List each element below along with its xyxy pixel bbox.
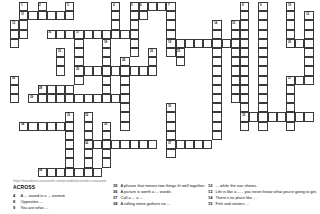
crossword-cell[interactable] — [304, 112, 313, 121]
clue-number: 31 — [67, 113, 70, 116]
crossword-cell[interactable] — [19, 30, 28, 39]
crossword-cell[interactable] — [65, 11, 74, 20]
crossword-cell[interactable] — [93, 140, 102, 149]
crossword-cell[interactable] — [84, 131, 93, 140]
crossword-cell[interactable]: 8 — [240, 2, 249, 11]
crossword-cell[interactable] — [240, 39, 249, 48]
crossword-cell[interactable] — [212, 39, 221, 48]
clue-item-number: 4 — [13, 194, 15, 199]
clue-item-text: Life is like a ... - you never know what… — [216, 189, 317, 194]
crossword-cell[interactable] — [10, 94, 19, 103]
crossword-cell[interactable] — [295, 76, 304, 85]
clue-number: 19 — [168, 40, 171, 43]
clue-number: 2 — [39, 3, 40, 6]
crossword-cell[interactable] — [102, 149, 111, 158]
crossword-board: 1112345671983391020121314151617251821222… — [0, 0, 320, 178]
clue-column-middle: 35A phrase that means two things fit wel… — [113, 183, 209, 207]
crossword-cell[interactable]: 3 — [65, 2, 74, 11]
crossword-cell[interactable] — [93, 30, 102, 39]
crossword-cell[interactable] — [84, 158, 93, 167]
crossword-cell[interactable] — [231, 57, 240, 66]
crossword-cell[interactable] — [304, 30, 313, 39]
crossword-cell[interactable] — [74, 48, 83, 57]
crossword-cell[interactable] — [212, 76, 221, 85]
clue-item-text: A rolling stone gathers no ... — [121, 201, 171, 206]
clue-number: 8 — [242, 3, 243, 6]
crossword-cell[interactable] — [102, 94, 111, 103]
crossword-cell[interactable] — [56, 122, 65, 131]
crossword-cell[interactable] — [120, 66, 129, 75]
crossword-cell[interactable] — [185, 39, 194, 48]
clue-item: 15Fish and visitors ... — [208, 201, 317, 206]
crossword-cell[interactable] — [286, 30, 295, 39]
crossword-cell[interactable] — [295, 112, 304, 121]
across-header: ACROSS — [13, 184, 113, 190]
crossword-cell[interactable] — [102, 66, 111, 75]
clue-number: 35 — [104, 122, 107, 125]
crossword-cell[interactable] — [10, 85, 19, 94]
clue-number: 21 — [58, 49, 61, 52]
right-clue-list: 12... while the sun shines.13Life is lik… — [208, 183, 317, 206]
crossword-cell[interactable] — [194, 140, 203, 149]
crossword-cell[interactable] — [203, 140, 212, 149]
crossword-cell[interactable] — [240, 20, 249, 29]
clue-number: 32 — [85, 113, 88, 116]
clue-item: 4A ... saved is a ... earned. — [13, 194, 113, 199]
crossword-cell[interactable] — [84, 149, 93, 158]
crossword-cell[interactable] — [258, 39, 267, 48]
crossword-cell[interactable] — [93, 94, 102, 103]
crossword-cell[interactable]: 28 — [38, 85, 47, 94]
crossword-cell[interactable] — [47, 11, 56, 20]
crossword-cell[interactable]: 38 — [38, 168, 47, 177]
crossword-cell[interactable] — [258, 48, 267, 57]
crossword-cell[interactable] — [130, 66, 139, 75]
crossword-cell[interactable] — [231, 76, 240, 85]
crossword-cell[interactable] — [176, 57, 185, 66]
clue-item-number: 14 — [208, 195, 212, 200]
clue-item-number: 37 — [113, 195, 117, 200]
crossword-cell[interactable] — [304, 48, 313, 57]
crossword-cell[interactable] — [212, 112, 221, 121]
clue-item-text: A phrase that means two things fit well … — [121, 183, 206, 188]
clue-item-text: ... while the sun shines. — [216, 183, 258, 188]
clue-number: 36 — [85, 141, 88, 144]
crossword-cell[interactable] — [130, 48, 139, 57]
clue-number: 27 — [288, 76, 291, 79]
crossword-cell[interactable] — [231, 85, 240, 94]
clue-item-number: 9 — [13, 206, 15, 211]
crossword-cell[interactable] — [65, 149, 74, 158]
crossword-cell[interactable] — [93, 66, 102, 75]
crossword-cell[interactable] — [295, 39, 304, 48]
crossword-cell[interactable] — [166, 149, 175, 158]
crossword-cell[interactable] — [166, 122, 175, 131]
crossword-cell[interactable]: 33 — [240, 112, 249, 121]
crossword-cell[interactable] — [240, 76, 249, 85]
crossword-cell[interactable] — [258, 76, 267, 85]
clue-item: 38A rolling stone gathers no ... — [113, 201, 209, 206]
crossword-cell[interactable] — [65, 94, 74, 103]
clue-number: 10 — [288, 3, 291, 6]
crossword-cell[interactable] — [148, 57, 157, 66]
clue-item: 35A phrase that means two things fit wel… — [113, 183, 209, 188]
crossword-cell[interactable] — [231, 48, 240, 57]
clue-number: 38 — [39, 168, 42, 171]
crossword-cell[interactable] — [240, 57, 249, 66]
crossword-cell[interactable]: 20 — [286, 39, 295, 48]
crossword-cell[interactable] — [240, 66, 249, 75]
clue-number: 26 — [12, 76, 15, 79]
clue-item: 12... while the sun shines. — [208, 183, 317, 188]
clue-number: 1 — [21, 3, 22, 6]
crossword-cell[interactable] — [258, 20, 267, 29]
crossword-cell[interactable] — [286, 103, 295, 112]
crossword-cell[interactable] — [286, 20, 295, 29]
crossword-cell[interactable] — [286, 94, 295, 103]
crossword-cell[interactable]: 5 — [130, 2, 139, 11]
crossword-cell[interactable] — [65, 85, 74, 94]
clue-number: 20 — [288, 40, 291, 43]
crossword-cell[interactable] — [231, 94, 240, 103]
crossword-cell[interactable] — [258, 11, 267, 20]
crossword-cell[interactable] — [268, 112, 277, 121]
crossword-cell[interactable] — [130, 20, 139, 29]
crossword-cell[interactable] — [240, 30, 249, 39]
crossword-cell[interactable] — [240, 48, 249, 57]
crossword-cell[interactable] — [240, 103, 249, 112]
crossword-cell[interactable] — [148, 66, 157, 75]
crossword-cell[interactable] — [231, 30, 240, 39]
crossword-cell[interactable] — [258, 122, 267, 131]
clue-number: 4 — [113, 3, 114, 6]
crossword-cell[interactable] — [111, 66, 120, 75]
clue-item: 13Life is like a ... - you never know wh… — [208, 189, 317, 194]
crossword-cell[interactable] — [102, 48, 111, 57]
clue-number: 9 — [260, 3, 261, 6]
crossword-cell[interactable] — [74, 168, 83, 177]
clue-column-right: 12... while the sun shines.13Life is lik… — [208, 183, 317, 207]
crossword-cell[interactable]: 24 — [120, 57, 129, 66]
crossword-cell[interactable] — [166, 48, 175, 57]
crossword-cell[interactable] — [212, 66, 221, 75]
clue-number: 37 — [168, 141, 171, 144]
crossword-cell[interactable] — [38, 122, 47, 131]
crossword-cell[interactable] — [74, 39, 83, 48]
clue-item-number: 13 — [208, 189, 212, 194]
crossword-cell[interactable] — [56, 57, 65, 66]
crossword-cell[interactable]: 6 — [139, 2, 148, 11]
crossword-cell[interactable] — [130, 39, 139, 48]
crossword-cell[interactable]: 37 — [166, 140, 175, 149]
crossword-cell[interactable] — [130, 140, 139, 149]
clue-item: 8Opposites ... — [13, 200, 113, 205]
crossword-cell[interactable] — [56, 168, 65, 177]
crossword-cell[interactable] — [47, 168, 56, 177]
crossword-cell[interactable]: 29 — [28, 94, 37, 103]
clue-item-number: 36 — [113, 189, 117, 194]
clue-item-text: A picture is worth a ... words. — [121, 189, 172, 194]
crossword-cell[interactable]: 35 — [102, 122, 111, 131]
crossword-cell[interactable] — [84, 30, 93, 39]
crossword-cell[interactable] — [130, 11, 139, 20]
crossword-cell[interactable] — [222, 39, 231, 48]
clue-number: 3 — [67, 3, 68, 6]
crossword-cell[interactable] — [102, 131, 111, 140]
crossword-cell[interactable] — [212, 57, 221, 66]
crossword-cell[interactable]: 15 — [231, 20, 240, 29]
clue-number: 33 — [242, 113, 245, 116]
crossword-cell[interactable] — [148, 140, 157, 149]
crossword-cell[interactable] — [258, 103, 267, 112]
crossword-cell[interactable]: 16 — [47, 30, 56, 39]
crossword-cell[interactable] — [249, 112, 258, 121]
crossword-cell[interactable] — [47, 85, 56, 94]
crossword-cell[interactable] — [120, 30, 129, 39]
crossword-cell[interactable] — [258, 57, 267, 66]
crossword-cell[interactable] — [212, 131, 221, 140]
crossword-cell[interactable]: 7 — [166, 2, 175, 11]
clue-item: 36A picture is worth a ... words. — [113, 189, 209, 194]
clue-number: 15 — [232, 21, 235, 24]
clue-number: 12 — [306, 12, 309, 15]
clue-number: 14 — [214, 21, 217, 24]
crossword-cell[interactable] — [166, 20, 175, 29]
clue-number: 7 — [168, 3, 169, 6]
clue-item-text: Fish and visitors ... — [216, 201, 249, 206]
crossword-cell[interactable] — [102, 158, 111, 167]
clue-number: 29 — [30, 95, 33, 98]
crossword-cell[interactable]: 18 — [102, 39, 111, 48]
crossword-cell[interactable] — [231, 66, 240, 75]
crossword-cell[interactable]: 30 — [166, 103, 175, 112]
crossword-cell[interactable]: 12 — [304, 11, 313, 20]
crossword-cell[interactable] — [240, 85, 249, 94]
crossword-cell[interactable] — [102, 30, 111, 39]
crossword-cell[interactable] — [74, 76, 83, 85]
crossword-cell[interactable]: 23 — [176, 48, 185, 57]
crossword-cell[interactable] — [258, 30, 267, 39]
crossword-cell[interactable] — [47, 122, 56, 131]
crossword-cell[interactable] — [102, 57, 111, 66]
crossword-cell[interactable] — [65, 168, 74, 177]
crossword-cell[interactable] — [240, 94, 249, 103]
crossword-cell[interactable] — [157, 2, 166, 11]
crossword-cell[interactable] — [166, 131, 175, 140]
crossword-cell[interactable] — [185, 140, 194, 149]
crossword-cell[interactable] — [102, 76, 111, 85]
across-clue-list: 4A ... saved is a ... earned.8Opposites … — [13, 194, 113, 211]
crossword-cell[interactable]: 14 — [212, 20, 221, 29]
clue-number: 23 — [177, 49, 180, 52]
clue-number: 18 — [104, 40, 107, 43]
crossword-cell[interactable] — [212, 48, 221, 57]
crossword-cell[interactable] — [277, 112, 286, 121]
crossword-cell[interactable] — [304, 76, 313, 85]
clue-item-text: You are what ... — [21, 206, 49, 211]
crossword-cell[interactable] — [212, 94, 221, 103]
crossword-cell[interactable] — [258, 112, 267, 121]
clue-number: 24 — [122, 58, 125, 61]
crossword-cell[interactable] — [258, 94, 267, 103]
clue-item-text: Opposites ... — [21, 200, 43, 205]
crossword-cell[interactable] — [240, 11, 249, 20]
clue-number: 34 — [21, 122, 24, 125]
crossword-cell[interactable] — [111, 140, 120, 149]
crossword-cell[interactable] — [176, 140, 185, 149]
clue-item-number: 35 — [113, 183, 117, 188]
crossword-cell[interactable] — [38, 11, 47, 20]
clue-number: 28 — [39, 86, 42, 89]
crossword-cell[interactable] — [56, 85, 65, 94]
crossword-cell[interactable] — [166, 30, 175, 39]
crossword-cell[interactable] — [120, 103, 129, 112]
clue-number: 6 — [140, 3, 141, 6]
clue-number: 17 — [76, 30, 79, 33]
clue-item-text: A ... saved is a ... earned. — [21, 194, 66, 199]
crossword-cell[interactable] — [286, 85, 295, 94]
clue-number: 30 — [168, 104, 171, 107]
crossword-cell[interactable] — [19, 20, 28, 29]
clue-item: 9You are what ... — [13, 206, 113, 211]
crossword-cell[interactable] — [10, 39, 19, 48]
crossword-cell[interactable] — [47, 94, 56, 103]
crossword-cell[interactable]: 22 — [148, 48, 157, 57]
crossword-cell[interactable] — [148, 2, 157, 11]
crossword-cell[interactable] — [286, 112, 295, 121]
crossword-cell[interactable] — [56, 30, 65, 39]
crossword-cell[interactable] — [120, 112, 129, 121]
clue-item-number: 8 — [13, 200, 15, 205]
crossword-cell[interactable] — [84, 66, 93, 75]
crossword-cell[interactable] — [120, 76, 129, 85]
clue-item-text: Call a ... a ... — [121, 195, 143, 200]
crossword-cell[interactable] — [194, 39, 203, 48]
crossword-cell[interactable]: 25 — [74, 66, 83, 75]
clue-item: 37Call a ... a ... — [113, 195, 209, 200]
crossword-cell[interactable] — [65, 158, 74, 167]
crossword-cell[interactable] — [65, 140, 74, 149]
crossword-cell[interactable]: 36 — [84, 140, 93, 149]
crossword-cell[interactable] — [10, 30, 19, 39]
crossword-cell[interactable] — [231, 39, 240, 48]
crossword-cell[interactable]: 4 — [111, 2, 120, 11]
crossword-cell[interactable] — [74, 94, 83, 103]
crossword-cell[interactable] — [84, 94, 93, 103]
clue-item-number: 38 — [113, 201, 117, 206]
crossword-cell[interactable]: 10 — [286, 2, 295, 11]
crossword-cell[interactable] — [56, 11, 65, 20]
clue-number: 11 — [21, 12, 24, 15]
crossword-cell[interactable]: 26 — [10, 76, 19, 85]
source-url: https://www.bestcrosswords.com/printable… — [13, 179, 106, 183]
crossword-cell[interactable]: 31 — [65, 112, 74, 121]
clue-number: 25 — [76, 67, 79, 70]
crossword-cell[interactable] — [65, 131, 74, 140]
clue-item: 14There's no place like ... — [208, 195, 317, 200]
crossword-cell[interactable] — [130, 30, 139, 39]
clue-item-number: 15 — [208, 201, 212, 206]
crossword-cell[interactable]: 1 — [19, 2, 28, 11]
crossword-cell[interactable] — [65, 122, 74, 131]
crossword-cell[interactable]: 32 — [84, 112, 93, 121]
crossword-cell[interactable] — [93, 168, 102, 177]
crossword-cell[interactable] — [212, 30, 221, 39]
crossword-cell[interactable] — [65, 30, 74, 39]
crossword-cell[interactable] — [258, 85, 267, 94]
crossword-cell[interactable]: 9 — [258, 2, 267, 11]
crossword-cell[interactable]: 34 — [19, 122, 28, 131]
clue-number: 16 — [48, 30, 51, 33]
crossword-cell[interactable] — [166, 112, 175, 121]
crossword-cell[interactable] — [176, 39, 185, 48]
crossword-cell[interactable] — [240, 122, 249, 131]
crossword-cell[interactable] — [120, 85, 129, 94]
crossword-cell[interactable] — [56, 94, 65, 103]
crossword-cell[interactable] — [28, 11, 37, 20]
crossword-cell[interactable] — [120, 140, 129, 149]
crossword-cell[interactable] — [139, 140, 148, 149]
crossword-cell[interactable] — [258, 66, 267, 75]
clue-number: 5 — [131, 3, 132, 6]
crossword-cell[interactable] — [84, 168, 93, 177]
crossword-cell[interactable] — [139, 11, 148, 20]
crossword-cell[interactable] — [203, 39, 212, 48]
crossword-cell[interactable]: 13 — [10, 20, 19, 29]
crossword-cell[interactable]: 27 — [286, 76, 295, 85]
crossword-cell[interactable]: 11 — [19, 11, 28, 20]
crossword-cell[interactable] — [286, 11, 295, 20]
crossword-cell[interactable] — [28, 122, 37, 131]
crossword-cell[interactable] — [304, 20, 313, 29]
crossword-cell[interactable] — [102, 140, 111, 149]
crossword-cell[interactable] — [286, 122, 295, 131]
crossword-cell[interactable] — [102, 85, 111, 94]
crossword-cell[interactable]: 17 — [74, 30, 83, 39]
crossword-cell[interactable]: 19 — [166, 39, 175, 48]
crossword-cell[interactable] — [111, 11, 120, 20]
clue-item-text: There's no place like ... — [216, 195, 257, 200]
crossword-cell[interactable]: 21 — [56, 48, 65, 57]
crossword-cell[interactable] — [74, 57, 83, 66]
crossword-cell[interactable] — [111, 30, 120, 39]
clue-item-number: 12 — [208, 183, 212, 188]
clue-column-across: ACROSS 4A ... saved is a ... earned.8Opp… — [13, 184, 113, 212]
clue-number: 22 — [150, 49, 153, 52]
crossword-cell[interactable] — [56, 66, 65, 75]
clue-number: 13 — [12, 21, 15, 24]
crossword-cell[interactable] — [304, 66, 313, 75]
crossword-cell[interactable] — [212, 122, 221, 131]
crossword-cell[interactable] — [166, 11, 175, 20]
crossword-cell[interactable] — [120, 94, 129, 103]
crossword-cell[interactable] — [304, 57, 313, 66]
crossword-cell[interactable] — [111, 94, 120, 103]
crossword-cell[interactable] — [84, 122, 93, 131]
middle-clue-list: 35A phrase that means two things fit wel… — [113, 183, 209, 206]
crossword-cell[interactable] — [38, 94, 47, 103]
crossword-cell[interactable] — [304, 39, 313, 48]
crossword-cell[interactable] — [212, 103, 221, 112]
crossword-cell[interactable] — [139, 66, 148, 75]
crossword-cell[interactable] — [212, 85, 221, 94]
crossword-cell[interactable]: 2 — [38, 2, 47, 11]
crossword-cell[interactable] — [120, 122, 129, 131]
crossword-cell[interactable] — [111, 20, 120, 29]
